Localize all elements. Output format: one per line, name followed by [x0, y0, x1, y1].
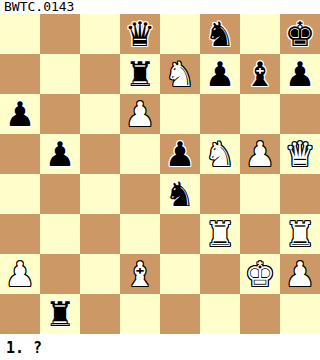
square-h7[interactable]: ♟	[280, 54, 320, 94]
square-c3[interactable]	[80, 214, 120, 254]
piece-white-king[interactable]: ♚	[245, 254, 275, 294]
piece-black-queen[interactable]: ♛	[125, 14, 155, 54]
square-g5[interactable]: ♟	[240, 134, 280, 174]
square-a1[interactable]	[0, 294, 40, 334]
square-d3[interactable]	[120, 214, 160, 254]
square-a2[interactable]: ♟	[0, 254, 40, 294]
piece-black-pawn[interactable]: ♟	[5, 94, 35, 134]
piece-black-pawn[interactable]: ♟	[45, 134, 75, 174]
piece-black-pawn[interactable]: ♟	[285, 54, 315, 94]
square-f1[interactable]	[200, 294, 240, 334]
square-d7[interactable]: ♜	[120, 54, 160, 94]
square-b3[interactable]	[40, 214, 80, 254]
piece-black-king[interactable]: ♚	[285, 14, 315, 54]
square-a3[interactable]	[0, 214, 40, 254]
chess-board: ♛♞♚♜♞♟♝♟♟♟♟♟♞♟♛♞♜♜♟♝♚♟♜	[0, 14, 320, 334]
square-d8[interactable]: ♛	[120, 14, 160, 54]
square-c4[interactable]	[80, 174, 120, 214]
square-d5[interactable]	[120, 134, 160, 174]
square-f4[interactable]	[200, 174, 240, 214]
square-b5[interactable]: ♟	[40, 134, 80, 174]
piece-white-rook[interactable]: ♜	[285, 214, 315, 254]
piece-white-knight[interactable]: ♞	[165, 54, 195, 94]
square-d1[interactable]	[120, 294, 160, 334]
square-h5[interactable]: ♛	[280, 134, 320, 174]
square-c5[interactable]	[80, 134, 120, 174]
square-h6[interactable]	[280, 94, 320, 134]
square-h3[interactable]: ♜	[280, 214, 320, 254]
square-e6[interactable]	[160, 94, 200, 134]
square-f6[interactable]	[200, 94, 240, 134]
square-g6[interactable]	[240, 94, 280, 134]
square-g4[interactable]	[240, 174, 280, 214]
piece-white-pawn[interactable]: ♟	[5, 254, 35, 294]
square-b8[interactable]	[40, 14, 80, 54]
square-e5[interactable]: ♟	[160, 134, 200, 174]
square-f7[interactable]: ♟	[200, 54, 240, 94]
piece-white-rook[interactable]: ♜	[205, 214, 235, 254]
piece-white-pawn[interactable]: ♟	[125, 94, 155, 134]
square-a8[interactable]	[0, 14, 40, 54]
square-e1[interactable]	[160, 294, 200, 334]
piece-black-pawn[interactable]: ♟	[205, 54, 235, 94]
square-e4[interactable]: ♞	[160, 174, 200, 214]
square-b4[interactable]	[40, 174, 80, 214]
square-f8[interactable]: ♞	[200, 14, 240, 54]
move-prompt: 1. ?	[0, 334, 320, 360]
square-g2[interactable]: ♚	[240, 254, 280, 294]
square-f2[interactable]	[200, 254, 240, 294]
square-g3[interactable]	[240, 214, 280, 254]
square-c1[interactable]	[80, 294, 120, 334]
diagram-id-label: BWTC.0143	[0, 0, 320, 14]
square-d4[interactable]	[120, 174, 160, 214]
piece-white-knight[interactable]: ♞	[205, 134, 235, 174]
square-f5[interactable]: ♞	[200, 134, 240, 174]
square-g8[interactable]	[240, 14, 280, 54]
square-g1[interactable]	[240, 294, 280, 334]
square-h2[interactable]: ♟	[280, 254, 320, 294]
square-d2[interactable]: ♝	[120, 254, 160, 294]
square-h4[interactable]	[280, 174, 320, 214]
piece-black-knight[interactable]: ♞	[165, 174, 195, 214]
square-c8[interactable]	[80, 14, 120, 54]
chess-diagram-screen: BWTC.0143 ♛♞♚♜♞♟♝♟♟♟♟♟♞♟♛♞♜♜♟♝♚♟♜ 1. ?	[0, 0, 320, 360]
square-c6[interactable]	[80, 94, 120, 134]
square-a4[interactable]	[0, 174, 40, 214]
square-h8[interactable]: ♚	[280, 14, 320, 54]
square-e7[interactable]: ♞	[160, 54, 200, 94]
piece-white-queen[interactable]: ♛	[285, 134, 315, 174]
square-h1[interactable]	[280, 294, 320, 334]
piece-white-bishop[interactable]: ♝	[125, 254, 155, 294]
square-a5[interactable]	[0, 134, 40, 174]
square-d6[interactable]: ♟	[120, 94, 160, 134]
square-b2[interactable]	[40, 254, 80, 294]
piece-white-pawn[interactable]: ♟	[285, 254, 315, 294]
square-e8[interactable]	[160, 14, 200, 54]
square-c7[interactable]	[80, 54, 120, 94]
piece-black-knight[interactable]: ♞	[205, 14, 235, 54]
piece-white-pawn[interactable]: ♟	[245, 134, 275, 174]
square-b7[interactable]	[40, 54, 80, 94]
square-g7[interactable]: ♝	[240, 54, 280, 94]
piece-black-rook[interactable]: ♜	[125, 54, 155, 94]
square-b1[interactable]: ♜	[40, 294, 80, 334]
piece-black-pawn[interactable]: ♟	[165, 134, 195, 174]
piece-black-bishop[interactable]: ♝	[245, 54, 275, 94]
square-e3[interactable]	[160, 214, 200, 254]
square-f3[interactable]: ♜	[200, 214, 240, 254]
piece-black-rook[interactable]: ♜	[45, 294, 75, 334]
square-e2[interactable]	[160, 254, 200, 294]
square-c2[interactable]	[80, 254, 120, 294]
square-b6[interactable]	[40, 94, 80, 134]
square-a6[interactable]: ♟	[0, 94, 40, 134]
square-a7[interactable]	[0, 54, 40, 94]
